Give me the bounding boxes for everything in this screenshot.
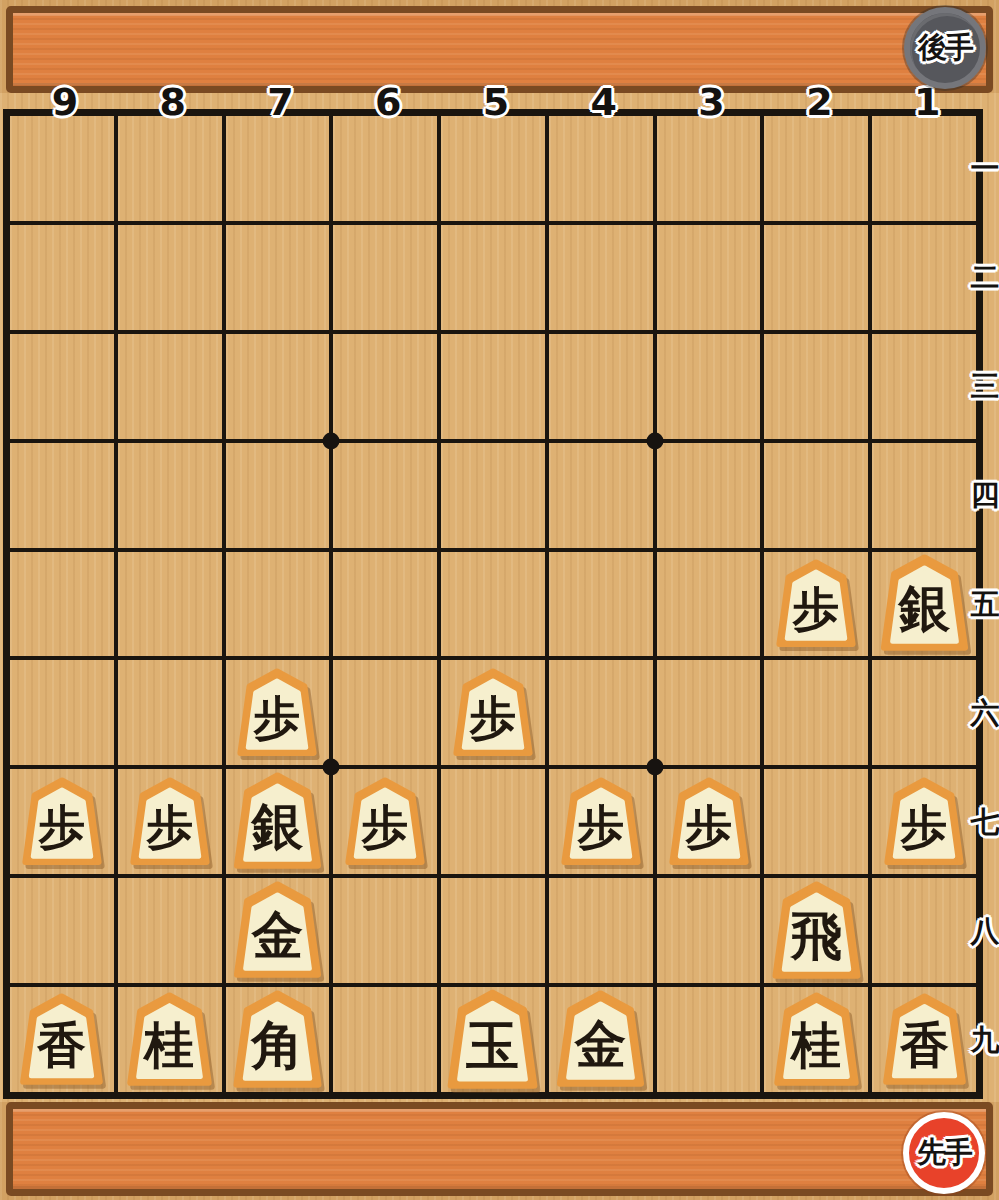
square-74[interactable] <box>226 443 330 548</box>
svg-text:桂: 桂 <box>789 1016 841 1074</box>
file-label-9: 9 <box>52 83 78 121</box>
piece-lance[interactable]: 香 <box>18 993 105 1087</box>
svg-text:金: 金 <box>574 1014 626 1074</box>
svg-text:歩: 歩 <box>145 800 193 854</box>
square-71[interactable] <box>226 116 330 221</box>
square-35[interactable] <box>657 552 761 657</box>
rank-label-4: 四 <box>971 481 999 510</box>
gote-badge-label: 後手 <box>918 28 972 68</box>
square-12[interactable] <box>872 225 976 330</box>
piece-knight[interactable]: 桂 <box>124 992 215 1088</box>
piece-gold[interactable]: 金 <box>553 990 648 1089</box>
svg-text:香: 香 <box>37 1016 87 1072</box>
square-38[interactable] <box>657 878 761 983</box>
square-23[interactable] <box>764 334 868 439</box>
square-61[interactable] <box>333 116 437 221</box>
file-label-4: 4 <box>591 83 617 121</box>
hoshi-dot <box>646 759 663 776</box>
square-39[interactable] <box>657 987 761 1092</box>
square-87[interactable]: 歩 <box>118 769 222 874</box>
square-53[interactable] <box>441 334 545 439</box>
square-75[interactable] <box>226 552 330 657</box>
rank-label-1: 一 <box>971 154 999 183</box>
square-81[interactable] <box>118 116 222 221</box>
square-34[interactable] <box>657 443 761 548</box>
svg-text:銀: 銀 <box>896 579 950 639</box>
rank-label-5: 五 <box>971 590 999 619</box>
square-96[interactable] <box>10 660 114 765</box>
piece-silver[interactable]: 銀 <box>230 772 325 871</box>
svg-text:桂: 桂 <box>143 1016 195 1074</box>
square-86[interactable] <box>118 660 222 765</box>
square-66[interactable] <box>333 660 437 765</box>
square-94[interactable] <box>10 443 114 548</box>
square-77[interactable]: 銀 <box>226 769 330 874</box>
square-26[interactable] <box>764 660 868 765</box>
rank-label-3: 三 <box>971 372 999 401</box>
svg-text:銀: 銀 <box>250 797 304 857</box>
piece-pawn[interactable]: 歩 <box>451 668 535 758</box>
shogi-app: 後手 先手 歩銀歩歩歩歩銀歩歩歩歩金飛香桂角玉金桂香 987654321一二三四… <box>0 0 999 1200</box>
rank-label-6: 六 <box>971 698 999 727</box>
file-label-2: 2 <box>806 83 832 121</box>
file-label-6: 6 <box>375 83 401 121</box>
square-57[interactable] <box>441 769 545 874</box>
piece-pawn[interactable]: 歩 <box>882 777 966 867</box>
square-65[interactable] <box>333 552 437 657</box>
file-label-3: 3 <box>698 83 724 121</box>
piece-pawn[interactable]: 歩 <box>128 777 212 867</box>
square-84[interactable] <box>118 443 222 548</box>
square-76[interactable]: 歩 <box>226 660 330 765</box>
square-19[interactable]: 香 <box>872 987 976 1092</box>
square-69[interactable] <box>333 987 437 1092</box>
square-73[interactable] <box>226 334 330 439</box>
square-91[interactable] <box>10 116 114 221</box>
svg-text:香: 香 <box>899 1016 949 1072</box>
square-21[interactable] <box>764 116 868 221</box>
sente-badge: 先手 <box>903 1112 985 1194</box>
square-78[interactable]: 金 <box>226 878 330 983</box>
square-44[interactable] <box>549 443 653 548</box>
svg-text:角: 角 <box>250 1015 304 1075</box>
square-68[interactable] <box>333 878 437 983</box>
square-28[interactable]: 飛 <box>764 878 868 983</box>
svg-text:歩: 歩 <box>361 800 409 854</box>
hoshi-dot <box>646 432 663 449</box>
square-24[interactable] <box>764 443 868 548</box>
square-92[interactable] <box>10 225 114 330</box>
square-48[interactable] <box>549 878 653 983</box>
square-29[interactable]: 桂 <box>764 987 868 1092</box>
square-25[interactable]: 歩 <box>764 552 868 657</box>
hoshi-dot <box>323 759 340 776</box>
piece-bishop[interactable]: 角 <box>229 990 326 1090</box>
square-82[interactable] <box>118 225 222 330</box>
svg-text:歩: 歩 <box>253 691 301 745</box>
square-67[interactable]: 歩 <box>333 769 437 874</box>
square-64[interactable] <box>333 443 437 548</box>
sente-bar <box>6 1102 993 1196</box>
square-97[interactable]: 歩 <box>10 769 114 874</box>
file-label-5: 5 <box>483 83 509 121</box>
piece-pawn[interactable]: 歩 <box>774 559 858 649</box>
square-47[interactable]: 歩 <box>549 769 653 874</box>
file-label-8: 8 <box>159 83 185 121</box>
rank-label-7: 七 <box>971 807 999 836</box>
square-41[interactable] <box>549 116 653 221</box>
svg-text:飛: 飛 <box>789 906 842 966</box>
square-98[interactable] <box>10 878 114 983</box>
square-32[interactable] <box>657 225 761 330</box>
square-22[interactable] <box>764 225 868 330</box>
rank-label-2: 二 <box>971 263 999 292</box>
square-31[interactable] <box>657 116 761 221</box>
square-83[interactable] <box>118 334 222 439</box>
piece-pawn[interactable]: 歩 <box>343 777 427 867</box>
square-33[interactable] <box>657 334 761 439</box>
square-58[interactable] <box>441 878 545 983</box>
rank-label-9: 九 <box>971 1025 999 1054</box>
svg-text:玉: 玉 <box>466 1014 520 1075</box>
svg-text:歩: 歩 <box>576 800 624 854</box>
square-43[interactable] <box>549 334 653 439</box>
piece-pawn[interactable]: 歩 <box>235 668 319 758</box>
square-11[interactable] <box>872 116 976 221</box>
piece-pawn[interactable]: 歩 <box>20 777 104 867</box>
piece-pawn[interactable]: 歩 <box>559 777 643 867</box>
piece-pawn[interactable]: 歩 <box>667 777 751 867</box>
square-56[interactable]: 歩 <box>441 660 545 765</box>
file-label-7: 7 <box>267 83 293 121</box>
hoshi-dot <box>323 432 340 449</box>
square-79[interactable]: 角 <box>226 987 330 1092</box>
square-52[interactable] <box>441 225 545 330</box>
square-42[interactable] <box>549 225 653 330</box>
piece-silver[interactable]: 銀 <box>877 554 972 653</box>
square-89[interactable]: 桂 <box>118 987 222 1092</box>
square-55[interactable] <box>441 552 545 657</box>
square-18[interactable] <box>872 878 976 983</box>
square-15[interactable]: 銀 <box>872 552 976 657</box>
rank-label-8: 八 <box>971 916 999 945</box>
svg-text:歩: 歩 <box>792 582 840 636</box>
shogi-board: 歩銀歩歩歩歩銀歩歩歩歩金飛香桂角玉金桂香 <box>3 109 983 1099</box>
square-54[interactable] <box>441 443 545 548</box>
svg-text:歩: 歩 <box>469 691 517 745</box>
square-36[interactable] <box>657 660 761 765</box>
square-49[interactable]: 金 <box>549 987 653 1092</box>
square-14[interactable] <box>872 443 976 548</box>
square-27[interactable] <box>764 769 868 874</box>
gote-badge: 後手 <box>904 7 986 89</box>
piece-rook[interactable]: 飛 <box>768 881 865 981</box>
square-99[interactable]: 香 <box>10 987 114 1092</box>
piece-king[interactable]: 玉 <box>443 989 542 1091</box>
square-62[interactable] <box>333 225 437 330</box>
square-17[interactable]: 歩 <box>872 769 976 874</box>
sente-badge-label: 先手 <box>917 1133 971 1173</box>
svg-text:歩: 歩 <box>900 800 948 854</box>
square-93[interactable] <box>10 334 114 439</box>
piece-gold[interactable]: 金 <box>230 881 325 980</box>
square-95[interactable] <box>10 552 114 657</box>
square-88[interactable] <box>118 878 222 983</box>
square-13[interactable] <box>872 334 976 439</box>
square-37[interactable]: 歩 <box>657 769 761 874</box>
square-72[interactable] <box>226 225 330 330</box>
svg-text:金: 金 <box>251 906 303 966</box>
svg-text:歩: 歩 <box>684 800 732 854</box>
svg-text:歩: 歩 <box>38 800 86 854</box>
square-63[interactable] <box>333 334 437 439</box>
square-46[interactable] <box>549 660 653 765</box>
square-59[interactable]: 玉 <box>441 987 545 1092</box>
square-16[interactable] <box>872 660 976 765</box>
square-51[interactable] <box>441 116 545 221</box>
square-85[interactable] <box>118 552 222 657</box>
square-45[interactable] <box>549 552 653 657</box>
piece-lance[interactable]: 香 <box>881 993 968 1087</box>
file-label-1: 1 <box>914 83 940 121</box>
piece-knight[interactable]: 桂 <box>771 992 862 1088</box>
